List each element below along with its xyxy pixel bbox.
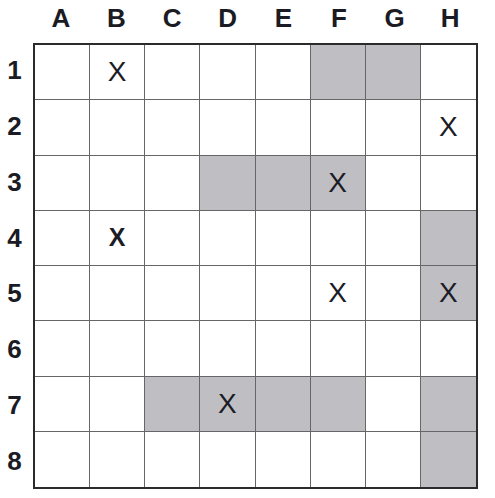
cell-D6[interactable] (200, 321, 255, 376)
cell-A7[interactable] (35, 377, 90, 432)
cell-D4[interactable] (200, 211, 255, 266)
cell-C8[interactable] (145, 432, 200, 487)
cell-H3[interactable] (421, 156, 476, 211)
cell-G3[interactable] (366, 156, 421, 211)
cell-B7[interactable] (90, 377, 145, 432)
cell-E8[interactable] (256, 432, 311, 487)
cell-G5[interactable] (366, 266, 421, 321)
cell-F7[interactable] (311, 377, 366, 432)
cell-E6[interactable] (256, 321, 311, 376)
cell-H4[interactable] (421, 211, 476, 266)
cell-A2[interactable] (35, 100, 90, 155)
cell-B8[interactable] (90, 432, 145, 487)
cell-C4[interactable] (145, 211, 200, 266)
cell-A3[interactable] (35, 156, 90, 211)
cell-C5[interactable] (145, 266, 200, 321)
cell-D7[interactable]: X (200, 377, 255, 432)
cell-H8[interactable] (421, 432, 476, 487)
cell-F4[interactable] (311, 211, 366, 266)
cell-H1[interactable] (421, 45, 476, 100)
cell-E3[interactable] (256, 156, 311, 211)
cell-C7[interactable] (145, 377, 200, 432)
x-mark: X (328, 279, 347, 307)
column-header-H: H (422, 0, 478, 43)
column-header-C: C (144, 0, 200, 43)
cell-B3[interactable] (90, 156, 145, 211)
cell-D3[interactable] (200, 156, 255, 211)
cell-E7[interactable] (256, 377, 311, 432)
cell-B1[interactable]: X (90, 45, 145, 100)
cell-D2[interactable] (200, 100, 255, 155)
column-header-E: E (256, 0, 312, 43)
row-label-8: 8 (0, 433, 33, 489)
cell-E2[interactable] (256, 100, 311, 155)
cell-F1[interactable] (311, 45, 366, 100)
puzzle-board: XXXXXXX (33, 43, 478, 489)
column-header-F: F (311, 0, 367, 43)
x-mark: X (328, 169, 347, 197)
x-mark: X (218, 390, 237, 418)
cell-B5[interactable] (90, 266, 145, 321)
column-header-G: G (367, 0, 423, 43)
cell-G2[interactable] (366, 100, 421, 155)
cell-F5[interactable]: X (311, 266, 366, 321)
cell-C6[interactable] (145, 321, 200, 376)
cell-G4[interactable] (366, 211, 421, 266)
cell-C3[interactable] (145, 156, 200, 211)
cell-G1[interactable] (366, 45, 421, 100)
cell-A5[interactable] (35, 266, 90, 321)
cell-G8[interactable] (366, 432, 421, 487)
cell-H5[interactable]: X (421, 266, 476, 321)
cell-B4[interactable]: X (90, 211, 145, 266)
column-header-B: B (89, 0, 145, 43)
cell-H2[interactable]: X (421, 100, 476, 155)
cell-F6[interactable] (311, 321, 366, 376)
cell-F3[interactable]: X (311, 156, 366, 211)
row-labels: 12345678 (0, 43, 33, 489)
cell-G6[interactable] (366, 321, 421, 376)
cell-E5[interactable] (256, 266, 311, 321)
cell-A8[interactable] (35, 432, 90, 487)
column-header-D: D (200, 0, 256, 43)
cell-A6[interactable] (35, 321, 90, 376)
cell-D5[interactable] (200, 266, 255, 321)
cell-G7[interactable] (366, 377, 421, 432)
cell-F8[interactable] (311, 432, 366, 487)
cell-D1[interactable] (200, 45, 255, 100)
cell-E1[interactable] (256, 45, 311, 100)
row-label-4: 4 (0, 210, 33, 266)
x-mark: X (439, 279, 458, 307)
column-header-A: A (33, 0, 89, 43)
cell-B2[interactable] (90, 100, 145, 155)
row-label-7: 7 (0, 378, 33, 434)
bold-x-mark: X (109, 225, 126, 250)
row-label-2: 2 (0, 99, 33, 155)
cell-B6[interactable] (90, 321, 145, 376)
row-label-6: 6 (0, 322, 33, 378)
x-mark: X (439, 113, 458, 141)
x-mark: X (108, 58, 127, 86)
cell-F2[interactable] (311, 100, 366, 155)
row-label-1: 1 (0, 43, 33, 99)
cell-C1[interactable] (145, 45, 200, 100)
cell-C2[interactable] (145, 100, 200, 155)
cell-A4[interactable] (35, 211, 90, 266)
cell-D8[interactable] (200, 432, 255, 487)
column-headers: ABCDEFGH (33, 0, 478, 43)
cell-H6[interactable] (421, 321, 476, 376)
row-label-3: 3 (0, 155, 33, 211)
puzzle-page: ABCDEFGH 12345678 XXXXXXX (0, 0, 495, 498)
cell-A1[interactable] (35, 45, 90, 100)
row-label-5: 5 (0, 266, 33, 322)
cell-E4[interactable] (256, 211, 311, 266)
cell-H7[interactable] (421, 377, 476, 432)
